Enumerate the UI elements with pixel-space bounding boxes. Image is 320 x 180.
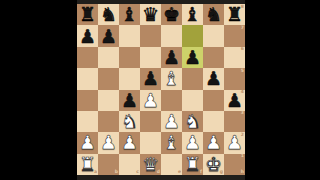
square-d7[interactable]: [140, 25, 161, 46]
square-a1[interactable]: ♜a: [77, 154, 98, 175]
letterbox-left: [0, 0, 77, 180]
square-f1[interactable]: ♜f: [182, 154, 203, 175]
square-c4[interactable]: ♟: [119, 90, 140, 111]
square-b8[interactable]: ♞: [98, 4, 119, 25]
piece-black-p-e6[interactable]: ♟: [163, 47, 180, 66]
square-c2[interactable]: ♟: [119, 132, 140, 153]
square-a4[interactable]: [77, 90, 98, 111]
piece-white-p-c2[interactable]: ♟: [121, 133, 138, 152]
square-b6[interactable]: [98, 47, 119, 68]
square-e6[interactable]: ♟: [161, 47, 182, 68]
piece-white-n-c3[interactable]: ♞: [121, 112, 138, 131]
piece-white-n-f3[interactable]: ♞: [184, 112, 201, 131]
square-f5[interactable]: [182, 68, 203, 89]
square-d3[interactable]: [140, 111, 161, 132]
coordinate-rank-1: 1: [241, 154, 244, 159]
piece-white-p-f2[interactable]: ♟: [184, 133, 201, 152]
piece-black-p-d5[interactable]: ♟: [142, 69, 159, 88]
square-h4[interactable]: ♟4: [224, 90, 245, 111]
square-h3[interactable]: 3: [224, 111, 245, 132]
piece-black-p-a7[interactable]: ♟: [79, 26, 96, 45]
letterbox-right: [245, 0, 320, 180]
square-f3[interactable]: ♞: [182, 111, 203, 132]
coordinate-rank-7: 7: [241, 26, 244, 31]
square-b4[interactable]: [98, 90, 119, 111]
square-c6[interactable]: [119, 47, 140, 68]
coordinate-rank-8: 8: [241, 5, 244, 10]
square-e1[interactable]: e: [161, 154, 182, 175]
square-a5[interactable]: [77, 68, 98, 89]
square-f7[interactable]: [182, 25, 203, 46]
piece-white-p-g2[interactable]: ♟: [205, 133, 222, 152]
square-d1[interactable]: ♛d: [140, 154, 161, 175]
square-f8[interactable]: ♝: [182, 4, 203, 25]
square-e3[interactable]: ♟: [161, 111, 182, 132]
coordinate-rank-2: 2: [241, 133, 244, 138]
coordinate-file-d: d: [157, 170, 160, 175]
square-a8[interactable]: ♜: [77, 4, 98, 25]
coordinate-file-f: f: [200, 170, 202, 175]
piece-white-p-b2[interactable]: ♟: [100, 133, 117, 152]
coordinate-rank-4: 4: [241, 90, 244, 95]
square-e7[interactable]: [161, 25, 182, 46]
coordinate-file-c: c: [136, 170, 139, 175]
square-h5[interactable]: 5: [224, 68, 245, 89]
piece-black-p-f6[interactable]: ♟: [184, 47, 201, 66]
video-frame: ♜♞♝♛♚♝♞♜8♟♟7♟♟6♟♝♟5♟♟♟4♞♟♞3♟♟♟♝♟♟♟2♜abc♛…: [0, 0, 320, 180]
square-b5[interactable]: [98, 68, 119, 89]
square-f6[interactable]: ♟: [182, 47, 203, 68]
square-d5[interactable]: ♟: [140, 68, 161, 89]
square-g8[interactable]: ♞: [203, 4, 224, 25]
coordinate-file-g: g: [220, 170, 223, 175]
square-a6[interactable]: [77, 47, 98, 68]
square-b7[interactable]: ♟: [98, 25, 119, 46]
coordinate-rank-6: 6: [241, 47, 244, 52]
piece-white-b-e5[interactable]: ♝: [163, 69, 180, 88]
square-f4[interactable]: [182, 90, 203, 111]
coordinate-file-e: e: [178, 170, 181, 175]
square-h8[interactable]: ♜8: [224, 4, 245, 25]
piece-white-p-d4[interactable]: ♟: [142, 90, 159, 109]
square-d6[interactable]: [140, 47, 161, 68]
piece-white-p-a2[interactable]: ♟: [79, 133, 96, 152]
square-e2[interactable]: ♝: [161, 132, 182, 153]
square-g1[interactable]: ♚g: [203, 154, 224, 175]
coordinate-rank-5: 5: [241, 69, 244, 74]
square-c3[interactable]: ♞: [119, 111, 140, 132]
square-a3[interactable]: [77, 111, 98, 132]
square-a7[interactable]: ♟: [77, 25, 98, 46]
square-e4[interactable]: [161, 90, 182, 111]
square-d8[interactable]: ♛: [140, 4, 161, 25]
square-c1[interactable]: c: [119, 154, 140, 175]
piece-white-r-f1[interactable]: ♜: [184, 154, 201, 173]
square-g5[interactable]: ♟: [203, 68, 224, 89]
piece-black-q-d8[interactable]: ♛: [142, 5, 159, 24]
coordinate-rank-3: 3: [241, 111, 244, 116]
coordinate-file-h: h: [241, 170, 244, 175]
coordinate-file-a: a: [94, 170, 97, 175]
square-h2[interactable]: ♟2: [224, 132, 245, 153]
square-c7[interactable]: [119, 25, 140, 46]
square-c5[interactable]: [119, 68, 140, 89]
piece-black-b-f8[interactable]: ♝: [184, 5, 201, 24]
square-g4[interactable]: [203, 90, 224, 111]
piece-black-n-g8[interactable]: ♞: [205, 5, 222, 24]
square-a2[interactable]: ♟: [77, 132, 98, 153]
square-g6[interactable]: [203, 47, 224, 68]
piece-black-p-c4[interactable]: ♟: [121, 90, 138, 109]
piece-black-r-a8[interactable]: ♜: [79, 5, 96, 24]
chess-board[interactable]: ♜♞♝♛♚♝♞♜8♟♟7♟♟6♟♝♟5♟♟♟4♞♟♞3♟♟♟♝♟♟♟2♜abc♛…: [77, 4, 245, 175]
square-f2[interactable]: ♟: [182, 132, 203, 153]
piece-black-p-g5[interactable]: ♟: [205, 69, 222, 88]
piece-black-b-c8[interactable]: ♝: [121, 5, 138, 24]
piece-black-k-e8[interactable]: ♚: [163, 5, 180, 24]
square-h1[interactable]: 1h: [224, 154, 245, 175]
piece-white-p-e3[interactable]: ♟: [163, 112, 180, 131]
square-g7[interactable]: [203, 25, 224, 46]
square-h7[interactable]: 7: [224, 25, 245, 46]
square-b3[interactable]: [98, 111, 119, 132]
coordinate-file-b: b: [115, 170, 118, 175]
square-b2[interactable]: ♟: [98, 132, 119, 153]
square-d2[interactable]: [140, 132, 161, 153]
square-e5[interactable]: ♝: [161, 68, 182, 89]
piece-black-n-b8[interactable]: ♞: [100, 5, 117, 24]
square-h6[interactable]: 6: [224, 47, 245, 68]
square-d4[interactable]: ♟: [140, 90, 161, 111]
square-g2[interactable]: ♟: [203, 132, 224, 153]
square-g3[interactable]: [203, 111, 224, 132]
square-c8[interactable]: ♝: [119, 4, 140, 25]
piece-white-b-e2[interactable]: ♝: [163, 133, 180, 152]
square-b1[interactable]: b: [98, 154, 119, 175]
square-e8[interactable]: ♚: [161, 4, 182, 25]
piece-black-p-b7[interactable]: ♟: [100, 26, 117, 45]
